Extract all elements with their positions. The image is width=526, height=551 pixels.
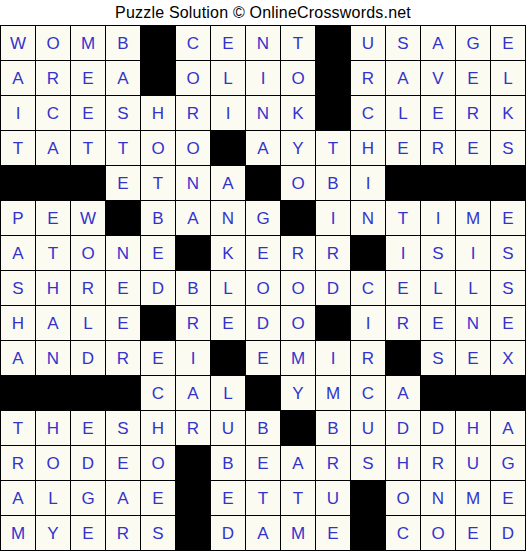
letter-cell: R bbox=[421, 131, 456, 166]
letter-cell: E bbox=[316, 516, 351, 551]
block-cell bbox=[456, 166, 491, 201]
letter-cell: E bbox=[456, 61, 491, 96]
block-cell bbox=[141, 306, 176, 341]
letter-cell: I bbox=[456, 236, 491, 271]
block-cell bbox=[176, 481, 211, 516]
letter-cell: S bbox=[106, 96, 141, 131]
block-cell bbox=[1, 376, 36, 411]
letter-cell: I bbox=[211, 96, 246, 131]
letter-cell: C bbox=[351, 96, 386, 131]
letter-cell: G bbox=[71, 481, 106, 516]
page-title: Puzzle Solution © OnlineCrosswords.net bbox=[0, 0, 526, 25]
letter-cell: R bbox=[36, 61, 71, 96]
letter-cell: O bbox=[421, 516, 456, 551]
block-cell bbox=[386, 341, 421, 376]
block-cell bbox=[316, 61, 351, 96]
letter-cell: P bbox=[1, 201, 36, 236]
letter-cell: D bbox=[246, 306, 281, 341]
letter-cell: V bbox=[421, 61, 456, 96]
letter-cell: B bbox=[106, 26, 141, 61]
letter-cell: U bbox=[456, 446, 491, 481]
letter-cell: S bbox=[1, 271, 36, 306]
letter-cell: H bbox=[36, 271, 71, 306]
block-cell bbox=[386, 166, 421, 201]
letter-cell: D bbox=[71, 341, 106, 376]
letter-cell: B bbox=[246, 411, 281, 446]
letter-cell: A bbox=[1, 481, 36, 516]
letter-cell: L bbox=[456, 271, 491, 306]
letter-cell: I bbox=[351, 306, 386, 341]
letter-cell: S bbox=[106, 411, 141, 446]
letter-cell: R bbox=[106, 516, 141, 551]
letter-cell: I bbox=[421, 201, 456, 236]
letter-cell: L bbox=[386, 96, 421, 131]
letter-cell: R bbox=[351, 61, 386, 96]
letter-cell: U bbox=[351, 411, 386, 446]
letter-cell: S bbox=[386, 26, 421, 61]
letter-cell: R bbox=[71, 271, 106, 306]
letter-cell: D bbox=[71, 446, 106, 481]
letter-cell: A bbox=[1, 341, 36, 376]
letter-cell: W bbox=[1, 26, 36, 61]
letter-cell: N bbox=[456, 306, 491, 341]
block-cell bbox=[176, 446, 211, 481]
letter-cell: L bbox=[71, 306, 106, 341]
letter-cell: E bbox=[71, 411, 106, 446]
letter-cell: L bbox=[211, 376, 246, 411]
letter-cell: T bbox=[386, 201, 421, 236]
letter-cell: E bbox=[456, 341, 491, 376]
letter-cell: N bbox=[176, 166, 211, 201]
letter-cell: A bbox=[106, 61, 141, 96]
letter-cell: O bbox=[281, 166, 316, 201]
letter-cell: N bbox=[351, 201, 386, 236]
letter-cell: S bbox=[491, 131, 526, 166]
block-cell bbox=[491, 166, 526, 201]
letter-cell: A bbox=[246, 131, 281, 166]
letter-cell: E bbox=[71, 61, 106, 96]
letter-cell: E bbox=[141, 236, 176, 271]
letter-cell: B bbox=[141, 201, 176, 236]
letter-cell: R bbox=[351, 341, 386, 376]
letter-cell: C bbox=[141, 376, 176, 411]
letter-cell: O bbox=[36, 26, 71, 61]
block-cell bbox=[36, 166, 71, 201]
block-cell bbox=[176, 516, 211, 551]
letter-cell: H bbox=[386, 446, 421, 481]
letter-cell: E bbox=[106, 306, 141, 341]
block-cell bbox=[456, 376, 491, 411]
letter-cell: A bbox=[106, 481, 141, 516]
letter-cell: R bbox=[316, 446, 351, 481]
letter-cell: I bbox=[316, 201, 351, 236]
letter-cell: H bbox=[456, 411, 491, 446]
letter-cell: E bbox=[421, 306, 456, 341]
letter-cell: R bbox=[456, 96, 491, 131]
letter-cell: E bbox=[246, 341, 281, 376]
letter-cell: N bbox=[106, 236, 141, 271]
letter-cell: U bbox=[211, 411, 246, 446]
block-cell bbox=[106, 376, 141, 411]
letter-cell: E bbox=[141, 481, 176, 516]
letter-cell: L bbox=[211, 61, 246, 96]
letter-cell: E bbox=[386, 131, 421, 166]
letter-cell: A bbox=[176, 201, 211, 236]
letter-cell: D bbox=[386, 411, 421, 446]
letter-cell: R bbox=[421, 446, 456, 481]
letter-cell: T bbox=[281, 26, 316, 61]
letter-cell: I bbox=[1, 96, 36, 131]
crossword-grid: WOMBCENTUSAGEAREAOLIORAVELICESHRINKCLERK… bbox=[0, 25, 526, 551]
letter-cell: D bbox=[491, 516, 526, 551]
letter-cell: H bbox=[141, 411, 176, 446]
letter-cell: T bbox=[1, 411, 36, 446]
block-cell bbox=[316, 306, 351, 341]
block-cell bbox=[141, 26, 176, 61]
letter-cell: S bbox=[491, 236, 526, 271]
letter-cell: M bbox=[1, 516, 36, 551]
block-cell bbox=[246, 376, 281, 411]
block-cell bbox=[351, 236, 386, 271]
letter-cell: M bbox=[456, 481, 491, 516]
letter-cell: E bbox=[456, 516, 491, 551]
letter-cell: A bbox=[211, 166, 246, 201]
letter-cell: T bbox=[106, 131, 141, 166]
letter-cell: K bbox=[211, 236, 246, 271]
letter-cell: A bbox=[281, 446, 316, 481]
letter-cell: B bbox=[316, 411, 351, 446]
letter-cell: B bbox=[211, 446, 246, 481]
letter-cell: A bbox=[1, 61, 36, 96]
letter-cell: O bbox=[246, 271, 281, 306]
letter-cell: K bbox=[281, 96, 316, 131]
letter-cell: N bbox=[36, 341, 71, 376]
block-cell bbox=[246, 166, 281, 201]
letter-cell: A bbox=[491, 411, 526, 446]
letter-cell: N bbox=[421, 481, 456, 516]
letter-cell: C bbox=[351, 271, 386, 306]
letter-cell: M bbox=[71, 26, 106, 61]
block-cell bbox=[141, 61, 176, 96]
letter-cell: O bbox=[71, 236, 106, 271]
letter-cell: D bbox=[421, 411, 456, 446]
letter-cell: O bbox=[176, 61, 211, 96]
block-cell bbox=[36, 376, 71, 411]
letter-cell: E bbox=[106, 446, 141, 481]
letter-cell: E bbox=[106, 166, 141, 201]
block-cell bbox=[281, 411, 316, 446]
letter-cell: B bbox=[316, 166, 351, 201]
letter-cell: D bbox=[211, 516, 246, 551]
letter-cell: C bbox=[386, 516, 421, 551]
letter-cell: T bbox=[71, 131, 106, 166]
letter-cell: L bbox=[491, 61, 526, 96]
letter-cell: A bbox=[1, 236, 36, 271]
letter-cell: E bbox=[421, 96, 456, 131]
letter-cell: E bbox=[491, 26, 526, 61]
letter-cell: T bbox=[36, 236, 71, 271]
letter-cell: U bbox=[351, 26, 386, 61]
block-cell bbox=[106, 201, 141, 236]
letter-cell: H bbox=[1, 306, 36, 341]
letter-cell: R bbox=[176, 96, 211, 131]
letter-cell: R bbox=[281, 236, 316, 271]
letter-cell: N bbox=[246, 26, 281, 61]
letter-cell: E bbox=[211, 481, 246, 516]
letter-cell: L bbox=[211, 271, 246, 306]
letter-cell: E bbox=[491, 481, 526, 516]
letter-cell: M bbox=[281, 516, 316, 551]
letter-cell: L bbox=[36, 481, 71, 516]
letter-cell: E bbox=[491, 306, 526, 341]
letter-cell: O bbox=[36, 446, 71, 481]
letter-cell: E bbox=[491, 201, 526, 236]
letter-cell: D bbox=[316, 271, 351, 306]
letter-cell: U bbox=[316, 481, 351, 516]
letter-cell: L bbox=[421, 271, 456, 306]
letter-cell: G bbox=[456, 26, 491, 61]
letter-cell: O bbox=[141, 131, 176, 166]
letter-cell: S bbox=[421, 236, 456, 271]
letter-cell: I bbox=[386, 236, 421, 271]
letter-cell: H bbox=[141, 96, 176, 131]
block-cell bbox=[421, 376, 456, 411]
letter-cell: A bbox=[386, 61, 421, 96]
letter-cell: G bbox=[246, 201, 281, 236]
block-cell bbox=[351, 516, 386, 551]
letter-cell: H bbox=[36, 411, 71, 446]
letter-cell: A bbox=[36, 131, 71, 166]
block-cell bbox=[176, 236, 211, 271]
letter-cell: R bbox=[316, 236, 351, 271]
block-cell bbox=[211, 131, 246, 166]
letter-cell: Y bbox=[281, 131, 316, 166]
letter-cell: E bbox=[71, 516, 106, 551]
letter-cell: G bbox=[491, 446, 526, 481]
letter-cell: E bbox=[141, 341, 176, 376]
letter-cell: B bbox=[176, 271, 211, 306]
block-cell bbox=[71, 376, 106, 411]
block-cell bbox=[281, 201, 316, 236]
letter-cell: R bbox=[176, 411, 211, 446]
letter-cell: Y bbox=[36, 516, 71, 551]
letter-cell: A bbox=[176, 376, 211, 411]
letter-cell: E bbox=[71, 96, 106, 131]
letter-cell: E bbox=[246, 236, 281, 271]
letter-cell: S bbox=[421, 341, 456, 376]
letter-cell: E bbox=[106, 271, 141, 306]
letter-cell: E bbox=[211, 306, 246, 341]
letter-cell: R bbox=[386, 306, 421, 341]
letter-cell: M bbox=[316, 376, 351, 411]
letter-cell: A bbox=[246, 516, 281, 551]
letter-cell: R bbox=[176, 306, 211, 341]
letter-cell: O bbox=[176, 131, 211, 166]
letter-cell: O bbox=[141, 446, 176, 481]
letter-cell: I bbox=[176, 341, 211, 376]
letter-cell: M bbox=[281, 341, 316, 376]
letter-cell: N bbox=[246, 96, 281, 131]
letter-cell: E bbox=[386, 271, 421, 306]
block-cell bbox=[316, 26, 351, 61]
letter-cell: E bbox=[456, 131, 491, 166]
letter-cell: T bbox=[246, 481, 281, 516]
block-cell bbox=[421, 166, 456, 201]
block-cell bbox=[71, 166, 106, 201]
block-cell bbox=[316, 96, 351, 131]
letter-cell: O bbox=[281, 271, 316, 306]
letter-cell: Y bbox=[281, 376, 316, 411]
block-cell bbox=[1, 166, 36, 201]
letter-cell: O bbox=[281, 61, 316, 96]
letter-cell: I bbox=[316, 341, 351, 376]
block-cell bbox=[211, 341, 246, 376]
letter-cell: S bbox=[351, 446, 386, 481]
letter-cell: X bbox=[491, 341, 526, 376]
letter-cell: E bbox=[36, 201, 71, 236]
letter-cell: T bbox=[316, 131, 351, 166]
letter-cell: W bbox=[71, 201, 106, 236]
letter-cell: T bbox=[281, 481, 316, 516]
letter-cell: A bbox=[386, 376, 421, 411]
letter-cell: N bbox=[211, 201, 246, 236]
letter-cell: H bbox=[351, 131, 386, 166]
letter-cell: C bbox=[176, 26, 211, 61]
letter-cell: I bbox=[246, 61, 281, 96]
letter-cell: S bbox=[141, 516, 176, 551]
letter-cell: T bbox=[1, 131, 36, 166]
letter-cell: C bbox=[36, 96, 71, 131]
letter-cell: E bbox=[211, 26, 246, 61]
letter-cell: I bbox=[351, 166, 386, 201]
letter-cell: S bbox=[491, 271, 526, 306]
letter-cell: D bbox=[141, 271, 176, 306]
letter-cell: R bbox=[1, 446, 36, 481]
letter-cell: E bbox=[246, 446, 281, 481]
letter-cell: R bbox=[106, 341, 141, 376]
letter-cell: A bbox=[421, 26, 456, 61]
letter-cell: A bbox=[36, 306, 71, 341]
letter-cell: T bbox=[141, 166, 176, 201]
letter-cell: M bbox=[456, 201, 491, 236]
letter-cell: C bbox=[351, 376, 386, 411]
block-cell bbox=[351, 481, 386, 516]
letter-cell: O bbox=[386, 481, 421, 516]
block-cell bbox=[491, 376, 526, 411]
letter-cell: O bbox=[281, 306, 316, 341]
letter-cell: K bbox=[491, 96, 526, 131]
